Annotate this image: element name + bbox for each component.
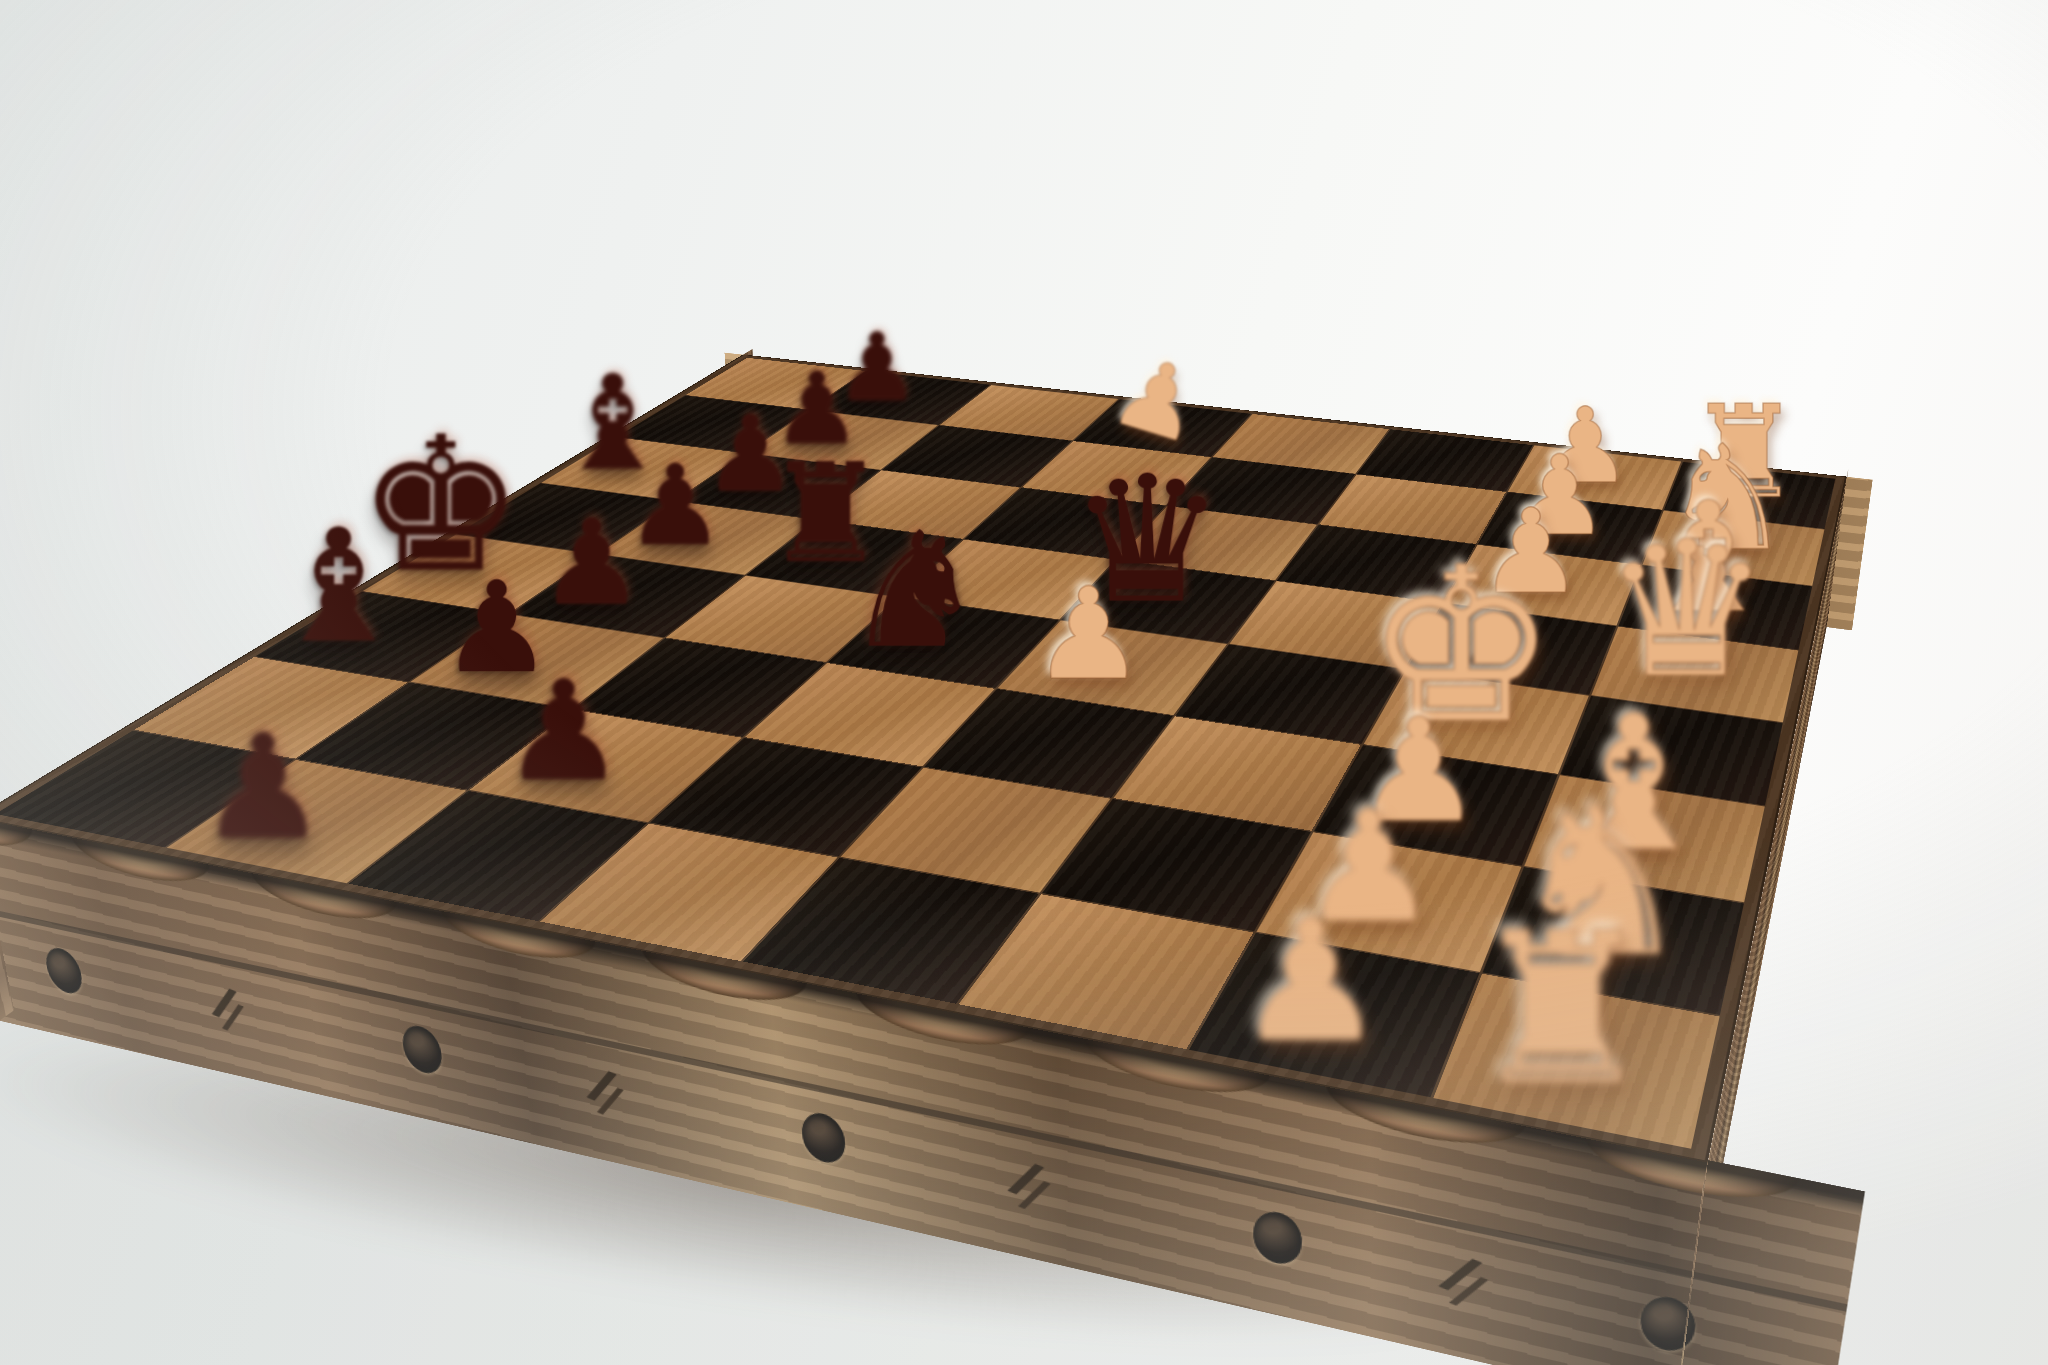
piece-light-pawn-h2[interactable]: ♟ [1236,897,1387,1066]
piece-dark-pawn-g6[interactable]: ♟ [502,662,626,800]
piece-dark-pawn-h7[interactable]: ♟ [198,714,328,859]
rail-dot-inlay [1252,1207,1303,1268]
piece-dark-bishop-f8[interactable]: ♝ [268,508,408,664]
piece-light-rook-h1[interactable]: ♜ [1469,905,1657,1115]
rail-chevron-notch [587,1071,617,1101]
rail-chevron-notch [212,989,237,1018]
rail-dot-inlay [802,1109,847,1167]
piece-dark-knight-e5[interactable]: ♞ [843,511,986,670]
photo-stage: ♟♟♟♜♟♟♞♝♟♟♝♟♜♛♛♚♟♞♟♚♝♟♟♝♟♟♞♟♟♜ [0,0,2048,1365]
chess-board: ♟♟♟♜♟♟♞♝♟♟♝♟♜♛♛♚♟♞♟♚♝♟♟♝♟♟♞♟♟♜ [0,354,1847,1162]
rail-dot-inlay [43,945,85,997]
piece-dark-pawn-e7[interactable]: ♟ [539,503,645,621]
rail-dot-inlay [401,1022,445,1077]
rail-chevron-notch [1008,1164,1045,1194]
square-h7[interactable]: ♟ [167,760,466,883]
rail-chevron-notch [1438,1259,1482,1290]
piece-light-pawn-e4[interactable]: ♟ [1031,570,1145,697]
